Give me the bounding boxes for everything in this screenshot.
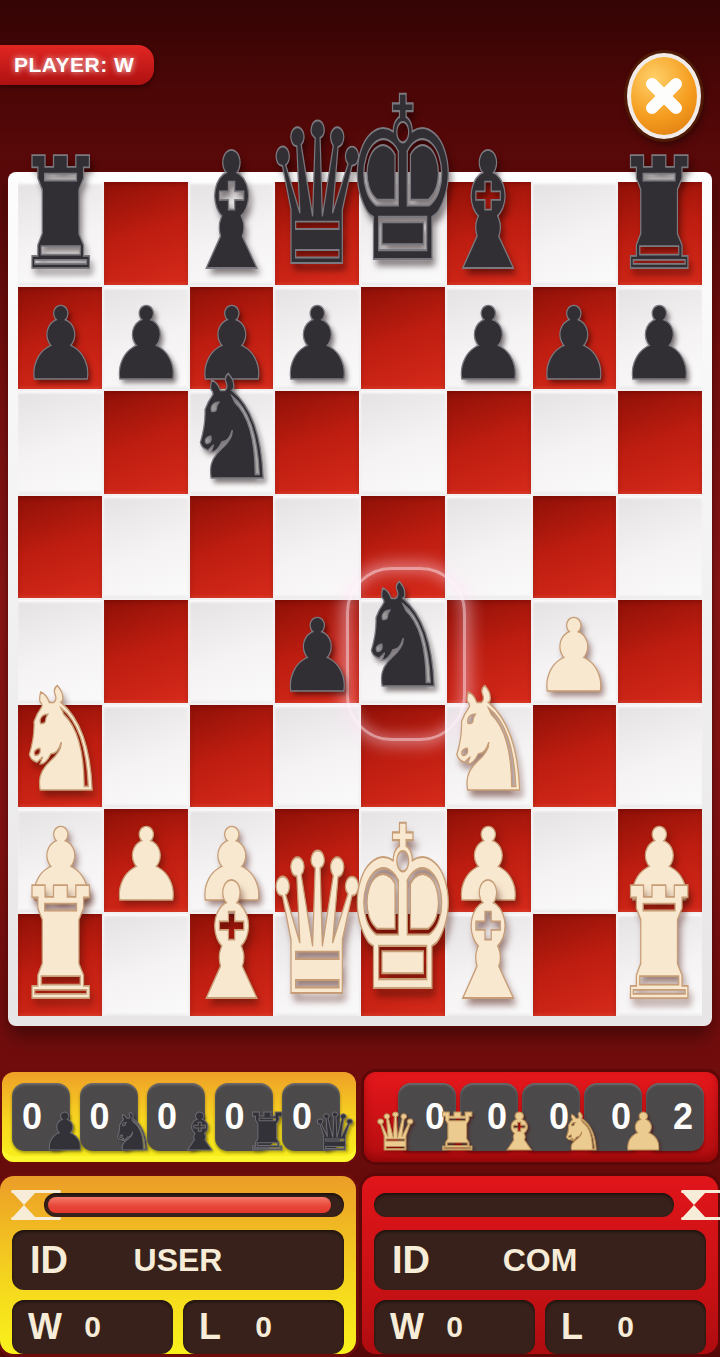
timer-fill-user — [48, 1197, 331, 1213]
black-bishop-glyph: ♝ — [440, 137, 537, 286]
black-rook-glyph: ♜ — [614, 144, 705, 287]
id-box-com: ID COM — [374, 1230, 706, 1290]
square-d5[interactable] — [275, 496, 359, 599]
piece-black-pawn-a7[interactable]: ♟ — [18, 286, 104, 390]
hourglass-icon — [12, 1190, 36, 1220]
capture-counter-black-rook: 0♜ — [215, 1083, 273, 1151]
square-a6[interactable] — [18, 391, 102, 494]
black-knight-glyph: ♞ — [353, 572, 452, 704]
captured-tray-com: 0♛0♜0♝0♞2♟ — [364, 1072, 718, 1162]
piece-black-pawn-d7[interactable]: ♟ — [275, 286, 361, 390]
hourglass-icon — [682, 1190, 706, 1220]
square-a5[interactable] — [18, 496, 102, 599]
white-bishop-glyph: ♝ — [440, 867, 537, 1016]
piece-black-pawn-h7[interactable]: ♟ — [617, 286, 703, 390]
square-f5[interactable] — [447, 496, 531, 599]
white-rook-icon: ♜ — [434, 1106, 481, 1158]
white-queen-icon: ♛ — [372, 1106, 419, 1158]
square-b8[interactable] — [104, 182, 188, 285]
losses-value: 0 — [183, 1310, 344, 1344]
id-value: USER — [12, 1242, 344, 1279]
white-pawn-icon: ♟ — [620, 1106, 667, 1158]
player-panel-com: ID COM W 0 L 0 — [362, 1176, 718, 1354]
player-panel-user: ID USER W 0 L 0 — [0, 1176, 356, 1354]
black-pawn-glyph: ♟ — [448, 298, 529, 391]
capture-counter-black-knight: 0♞ — [80, 1083, 138, 1151]
white-rook-glyph: ♜ — [614, 873, 705, 1016]
piece-white-bishop-f1[interactable]: ♝ — [446, 912, 532, 1016]
timer-row-user — [12, 1188, 344, 1222]
capture-count: 0 — [90, 1096, 110, 1138]
black-pawn-glyph: ♟ — [619, 298, 700, 391]
capture-count: 0 — [22, 1096, 42, 1138]
square-g8[interactable] — [533, 182, 617, 285]
square-c3[interactable] — [190, 705, 274, 808]
timer-bar-com — [374, 1193, 674, 1217]
black-pawn-glyph: ♟ — [106, 298, 187, 391]
black-rook-glyph: ♜ — [15, 144, 106, 287]
piece-black-pawn-d4[interactable]: ♟ — [275, 599, 361, 703]
square-g6[interactable] — [533, 391, 617, 494]
losses-box-com: L 0 — [545, 1300, 706, 1354]
timer-bar-user — [44, 1193, 344, 1217]
piece-black-pawn-b7[interactable]: ♟ — [104, 286, 190, 390]
chess-game-screen: PLAYER: W ♜♝♛♚♝♜♟♟♟♟♟♟♟♞♟♞♟♞♞♟♟♟♟♟♜♝♛♚♝♜… — [0, 0, 720, 1357]
black-knight-glyph: ♞ — [182, 363, 281, 495]
square-h6[interactable] — [618, 391, 702, 494]
capture-count: 0 — [225, 1096, 245, 1138]
white-knight-glyph: ♞ — [11, 676, 110, 808]
square-h3[interactable] — [618, 705, 702, 808]
piece-black-bishop-f8[interactable]: ♝ — [446, 182, 532, 286]
piece-black-knight-c6[interactable]: ♞ — [189, 391, 275, 495]
chess-board: ♜♝♛♚♝♜♟♟♟♟♟♟♟♞♟♞♟♞♞♟♟♟♟♟♜♝♛♚♝♜ — [8, 172, 712, 1026]
capture-count: 0 — [157, 1096, 177, 1138]
square-c4[interactable] — [190, 600, 274, 703]
black-pawn-glyph: ♟ — [277, 611, 358, 704]
capture-counter-black-bishop: 0♝ — [147, 1083, 205, 1151]
black-pawn-glyph: ♟ — [277, 298, 358, 391]
id-value: COM — [374, 1242, 706, 1279]
white-knight-icon: ♞ — [558, 1106, 605, 1158]
square-g3[interactable] — [533, 705, 617, 808]
square-h4[interactable] — [618, 600, 702, 703]
piece-white-knight-a3[interactable]: ♞ — [18, 703, 104, 807]
wins-box-user: W 0 — [12, 1300, 173, 1354]
square-b3[interactable] — [104, 705, 188, 808]
wins-value: 0 — [374, 1310, 535, 1344]
losses-box-user: L 0 — [183, 1300, 344, 1354]
square-e6[interactable] — [361, 391, 445, 494]
piece-black-rook-a8[interactable]: ♜ — [18, 182, 104, 286]
square-b6[interactable] — [104, 391, 188, 494]
piece-black-rook-h8[interactable]: ♜ — [617, 182, 703, 286]
wins-box-com: W 0 — [374, 1300, 535, 1354]
capture-counter-black-queen: 0♛ — [282, 1083, 340, 1151]
capture-counter-black-pawn: 0♟ — [12, 1083, 70, 1151]
piece-white-king-e1[interactable]: ♚ — [360, 912, 446, 1016]
piece-white-pawn-g4[interactable]: ♟ — [531, 599, 617, 703]
wins-value: 0 — [12, 1310, 173, 1344]
square-d6[interactable] — [275, 391, 359, 494]
piece-white-rook-a1[interactable]: ♜ — [18, 912, 104, 1016]
piece-white-rook-h1[interactable]: ♜ — [617, 912, 703, 1016]
square-b5[interactable] — [104, 496, 188, 599]
capture-counter-white-pawn: 2♟ — [646, 1083, 704, 1151]
piece-black-knight-e4[interactable]: ♞ — [360, 599, 446, 703]
piece-black-pawn-f7[interactable]: ♟ — [446, 286, 532, 390]
square-g5[interactable] — [533, 496, 617, 599]
square-h5[interactable] — [618, 496, 702, 599]
timer-row-com — [374, 1188, 706, 1222]
black-queen-icon: ♛ — [311, 1106, 358, 1158]
player-turn-badge: PLAYER: W — [0, 45, 154, 85]
losses-value: 0 — [545, 1310, 706, 1344]
piece-black-king-e8[interactable]: ♚ — [360, 182, 446, 286]
square-g1[interactable] — [533, 914, 617, 1017]
white-rook-glyph: ♜ — [15, 873, 106, 1016]
square-f6[interactable] — [447, 391, 531, 494]
black-pawn-glyph: ♟ — [533, 298, 614, 391]
square-b4[interactable] — [104, 600, 188, 703]
capture-count: 0 — [292, 1096, 312, 1138]
captured-tray-user: 0♟0♞0♝0♜0♛ — [2, 1072, 356, 1162]
white-pawn-glyph: ♟ — [106, 819, 187, 912]
piece-black-pawn-g7[interactable]: ♟ — [531, 286, 617, 390]
capture-count: 2 — [673, 1096, 693, 1138]
square-b1[interactable] — [104, 914, 188, 1017]
square-g2[interactable] — [533, 809, 617, 912]
white-pawn-glyph: ♟ — [533, 611, 614, 704]
id-box-user: ID USER — [12, 1230, 344, 1290]
black-pawn-glyph: ♟ — [20, 298, 101, 391]
white-bishop-icon: ♝ — [496, 1106, 543, 1158]
piece-white-pawn-b2[interactable]: ♟ — [104, 808, 190, 912]
